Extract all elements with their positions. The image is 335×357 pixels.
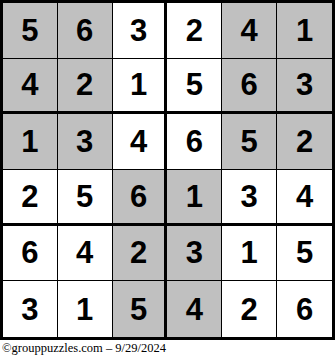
cell-r1c5[interactable]: 4 [222, 3, 277, 59]
cell-r3c6[interactable]: 2 [277, 114, 332, 170]
cell-r3c3[interactable]: 4 [113, 114, 168, 170]
cell-r4c5[interactable]: 3 [222, 170, 277, 226]
puzzle-page: 563241421563134652256134642315315426 ©gr… [0, 0, 335, 357]
copyright-credit: ©grouppuzzles.com – 9/29/2024 [2, 341, 166, 356]
cell-r5c3[interactable]: 2 [113, 226, 168, 282]
cell-r3c5[interactable]: 5 [222, 114, 277, 170]
cell-r2c4[interactable]: 5 [167, 59, 222, 115]
cell-r6c3[interactable]: 5 [113, 281, 168, 337]
cell-r1c3[interactable]: 3 [113, 3, 168, 59]
cell-r4c2[interactable]: 5 [58, 170, 113, 226]
cell-r3c4[interactable]: 6 [167, 114, 222, 170]
cell-r3c2[interactable]: 3 [58, 114, 113, 170]
cell-r5c5[interactable]: 1 [222, 226, 277, 282]
cell-r4c4[interactable]: 1 [167, 170, 222, 226]
sudoku-board: 563241421563134652256134642315315426 [0, 0, 335, 340]
cell-r2c2[interactable]: 2 [58, 59, 113, 115]
cell-r2c3[interactable]: 1 [113, 59, 168, 115]
cell-r1c2[interactable]: 6 [58, 3, 113, 59]
cell-r2c6[interactable]: 3 [277, 59, 332, 115]
cell-r4c3[interactable]: 6 [113, 170, 168, 226]
cell-r6c2[interactable]: 1 [58, 281, 113, 337]
cell-r5c1[interactable]: 6 [3, 226, 58, 282]
cell-r6c5[interactable]: 2 [222, 281, 277, 337]
cell-r6c1[interactable]: 3 [3, 281, 58, 337]
cell-r1c6[interactable]: 1 [277, 3, 332, 59]
cell-r5c6[interactable]: 5 [277, 226, 332, 282]
cell-r5c2[interactable]: 4 [58, 226, 113, 282]
cell-r2c5[interactable]: 6 [222, 59, 277, 115]
cell-r5c4[interactable]: 3 [167, 226, 222, 282]
cell-r1c4[interactable]: 2 [167, 3, 222, 59]
cell-r2c1[interactable]: 4 [3, 59, 58, 115]
cell-r3c1[interactable]: 1 [3, 114, 58, 170]
cell-r4c1[interactable]: 2 [3, 170, 58, 226]
cell-r6c4[interactable]: 4 [167, 281, 222, 337]
cell-r4c6[interactable]: 4 [277, 170, 332, 226]
cell-r1c1[interactable]: 5 [3, 3, 58, 59]
cell-r6c6[interactable]: 6 [277, 281, 332, 337]
